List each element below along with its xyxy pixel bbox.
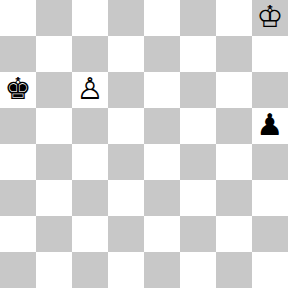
square-e2[interactable] xyxy=(144,216,180,252)
square-c5[interactable] xyxy=(72,108,108,144)
square-a6[interactable]: ♚ xyxy=(0,72,36,108)
square-h7[interactable] xyxy=(252,36,288,72)
square-g7[interactable] xyxy=(216,36,252,72)
square-b3[interactable] xyxy=(36,180,72,216)
square-c8[interactable] xyxy=(72,0,108,36)
square-b8[interactable] xyxy=(36,0,72,36)
square-e1[interactable] xyxy=(144,252,180,288)
square-d8[interactable] xyxy=(108,0,144,36)
square-g4[interactable] xyxy=(216,144,252,180)
square-g2[interactable] xyxy=(216,216,252,252)
square-d2[interactable] xyxy=(108,216,144,252)
square-c6[interactable]: ♙ xyxy=(72,72,108,108)
square-h6[interactable] xyxy=(252,72,288,108)
square-d1[interactable] xyxy=(108,252,144,288)
square-d4[interactable] xyxy=(108,144,144,180)
square-f4[interactable] xyxy=(180,144,216,180)
square-f1[interactable] xyxy=(180,252,216,288)
square-e8[interactable] xyxy=(144,0,180,36)
square-f3[interactable] xyxy=(180,180,216,216)
chess-board: ♔♚♙♟ xyxy=(0,0,288,288)
square-a3[interactable] xyxy=(0,180,36,216)
square-a4[interactable] xyxy=(0,144,36,180)
square-h5[interactable]: ♟ xyxy=(252,108,288,144)
square-b7[interactable] xyxy=(36,36,72,72)
square-a2[interactable] xyxy=(0,216,36,252)
square-g8[interactable] xyxy=(216,0,252,36)
square-b2[interactable] xyxy=(36,216,72,252)
square-e6[interactable] xyxy=(144,72,180,108)
square-h3[interactable] xyxy=(252,180,288,216)
square-h4[interactable] xyxy=(252,144,288,180)
black-king: ♚ xyxy=(5,74,32,104)
square-g6[interactable] xyxy=(216,72,252,108)
square-b6[interactable] xyxy=(36,72,72,108)
square-e4[interactable] xyxy=(144,144,180,180)
square-c3[interactable] xyxy=(72,180,108,216)
square-g3[interactable] xyxy=(216,180,252,216)
square-c1[interactable] xyxy=(72,252,108,288)
square-f8[interactable] xyxy=(180,0,216,36)
square-h1[interactable] xyxy=(252,252,288,288)
square-d5[interactable] xyxy=(108,108,144,144)
square-a5[interactable] xyxy=(0,108,36,144)
square-c7[interactable] xyxy=(72,36,108,72)
white-king: ♔ xyxy=(257,2,284,32)
square-b1[interactable] xyxy=(36,252,72,288)
square-a8[interactable] xyxy=(0,0,36,36)
square-f6[interactable] xyxy=(180,72,216,108)
square-e5[interactable] xyxy=(144,108,180,144)
square-b4[interactable] xyxy=(36,144,72,180)
white-pawn: ♙ xyxy=(77,74,104,104)
square-d3[interactable] xyxy=(108,180,144,216)
square-f2[interactable] xyxy=(180,216,216,252)
square-f5[interactable] xyxy=(180,108,216,144)
square-d6[interactable] xyxy=(108,72,144,108)
square-e7[interactable] xyxy=(144,36,180,72)
square-d7[interactable] xyxy=(108,36,144,72)
square-b5[interactable] xyxy=(36,108,72,144)
square-a1[interactable] xyxy=(0,252,36,288)
square-h2[interactable] xyxy=(252,216,288,252)
square-h8[interactable]: ♔ xyxy=(252,0,288,36)
square-g1[interactable] xyxy=(216,252,252,288)
black-pawn: ♟ xyxy=(257,110,284,140)
square-e3[interactable] xyxy=(144,180,180,216)
square-g5[interactable] xyxy=(216,108,252,144)
square-f7[interactable] xyxy=(180,36,216,72)
square-c2[interactable] xyxy=(72,216,108,252)
square-a7[interactable] xyxy=(0,36,36,72)
square-c4[interactable] xyxy=(72,144,108,180)
